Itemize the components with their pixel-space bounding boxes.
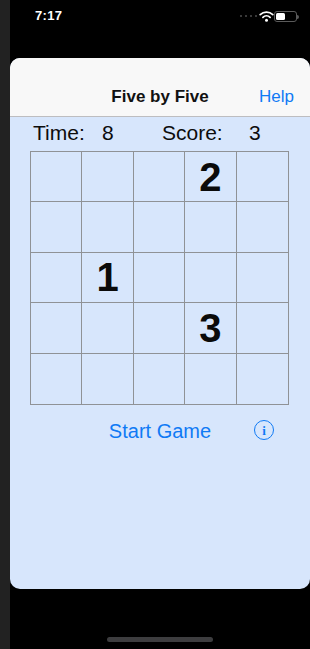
grid-cell-r4c3[interactable]: [185, 354, 236, 404]
status-time: 7:17: [35, 8, 62, 23]
grid-cell-r0c4[interactable]: [237, 152, 288, 202]
iphone-screen: 7:17 Five by Five Help Time: 8 Score: 3: [10, 0, 310, 649]
time-label: Time:: [33, 121, 85, 145]
grid-cell-r2c0[interactable]: [31, 253, 82, 303]
help-button[interactable]: Help: [259, 87, 294, 107]
grid-cell-r1c3[interactable]: [185, 202, 236, 252]
navigation-bar: Five by Five Help: [10, 58, 310, 117]
grid-cell-r4c2[interactable]: [134, 354, 185, 404]
game-grid: 2 1 3: [30, 151, 289, 405]
grid-cell-r3c0[interactable]: [31, 303, 82, 353]
wifi-icon: [259, 8, 274, 26]
hud-bar: Time: 8 Score: 3: [10, 121, 310, 145]
grid-cell-r1c0[interactable]: [31, 202, 82, 252]
grid-cell-r4c0[interactable]: [31, 354, 82, 404]
grid-cell-r2c4[interactable]: [237, 253, 288, 303]
grid-cell-r4c4[interactable]: [237, 354, 288, 404]
grid-cell-r3c2[interactable]: [134, 303, 185, 353]
grid-cell-r3c4[interactable]: [237, 303, 288, 353]
grid-cell-r2c2[interactable]: [134, 253, 185, 303]
app-card: Five by Five Help Time: 8 Score: 3 2 1: [10, 58, 310, 589]
score-label: Score:: [162, 121, 223, 145]
grid-cell-r4c1[interactable]: [82, 354, 133, 404]
score-value: 3: [249, 121, 261, 145]
grid-cell-r0c1[interactable]: [82, 152, 133, 202]
grid-cell-r1c4[interactable]: [237, 202, 288, 252]
grid-cell-r3c1[interactable]: [82, 303, 133, 353]
grid-cell-r0c0[interactable]: [31, 152, 82, 202]
grid-cell-r3c3[interactable]: 3: [185, 303, 236, 353]
status-bar: 7:17: [10, 0, 310, 58]
grid-cell-r1c2[interactable]: [134, 202, 185, 252]
grid-cell-r0c3[interactable]: 2: [185, 152, 236, 202]
grid-cell-r0c2[interactable]: [134, 152, 185, 202]
grid-cell-r2c1[interactable]: 1: [82, 253, 133, 303]
cellular-signal-icon: [240, 15, 257, 17]
time-value: 8: [102, 121, 114, 145]
info-icon[interactable]: i: [254, 420, 274, 440]
home-indicator[interactable]: [107, 637, 213, 642]
grid-cell-r2c3[interactable]: [185, 253, 236, 303]
battery-icon: [274, 11, 297, 22]
grid-cell-r1c1[interactable]: [82, 202, 133, 252]
